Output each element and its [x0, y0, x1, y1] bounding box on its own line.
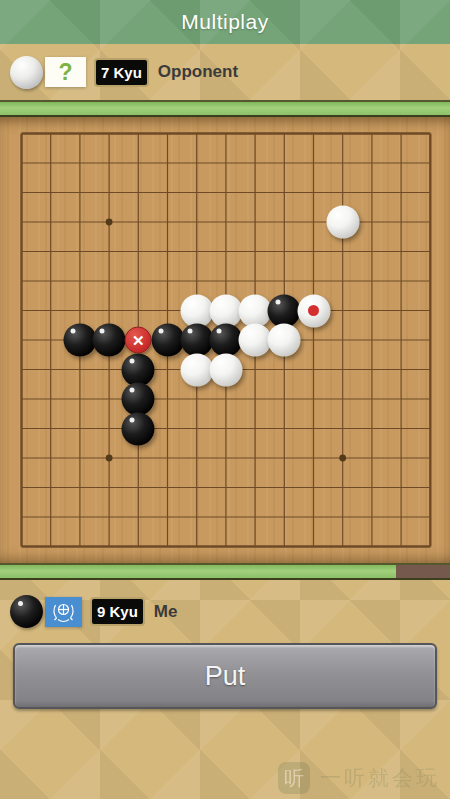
black-stone — [122, 412, 155, 445]
me-timer-assembly — [0, 563, 450, 580]
last-move-dot — [308, 305, 319, 316]
star-point — [339, 455, 346, 462]
white-stone — [180, 353, 213, 386]
header-bar: Multiplay — [0, 0, 450, 44]
watermark: 听 一听就会玩 — [278, 762, 440, 794]
me-panel: 9 Kyu Me — [0, 580, 450, 643]
me-name: Me — [154, 602, 178, 622]
me-flag-united-nations-icon — [45, 597, 82, 627]
me-time-bar — [0, 565, 450, 578]
me-rank-badge: 9 Kyu — [90, 597, 145, 626]
star-point — [106, 455, 113, 462]
white-stone — [209, 294, 242, 327]
watermark-caption: 一听就会玩 — [320, 764, 440, 792]
page-title: Multiplay — [181, 10, 268, 34]
un-emblem-icon — [49, 600, 78, 624]
me-black-stone-avatar — [10, 595, 43, 628]
me-time-fill — [0, 565, 396, 578]
put-button[interactable]: Put — [13, 643, 437, 709]
opponent-timer-assembly — [0, 100, 450, 117]
white-stone — [268, 324, 301, 357]
white-stone — [180, 294, 213, 327]
opponent-time-fill — [0, 102, 450, 115]
question-mark-icon: ? — [58, 59, 72, 86]
black-stone — [268, 294, 301, 327]
white-stone — [297, 294, 330, 327]
opponent-flag-unknown: ? — [45, 57, 86, 87]
divider-line — [0, 578, 450, 580]
forbidden-point-marker: ✕ — [125, 327, 152, 354]
black-stone — [180, 324, 213, 357]
black-stone — [151, 324, 184, 357]
opponent-white-stone-avatar — [10, 56, 43, 89]
white-stone — [209, 353, 242, 386]
black-stone — [122, 383, 155, 416]
opponent-time-bar — [0, 102, 450, 115]
watermark-logo-icon: 听 — [278, 762, 310, 794]
board[interactable]: ✕ — [0, 117, 450, 563]
white-stone — [239, 294, 272, 327]
white-stone — [326, 206, 359, 239]
black-stone — [93, 324, 126, 357]
opponent-name: Opponent — [158, 62, 238, 82]
star-point — [106, 219, 113, 226]
black-stone — [63, 324, 96, 357]
black-stone — [209, 324, 242, 357]
opponent-panel: ? 7 Kyu Opponent — [0, 44, 450, 100]
black-stone — [122, 353, 155, 386]
white-stone — [239, 324, 272, 357]
multiplay-screen: Multiplay ? 7 Kyu Opponent ✕ — [0, 0, 450, 799]
opponent-rank-badge: 7 Kyu — [94, 58, 149, 87]
